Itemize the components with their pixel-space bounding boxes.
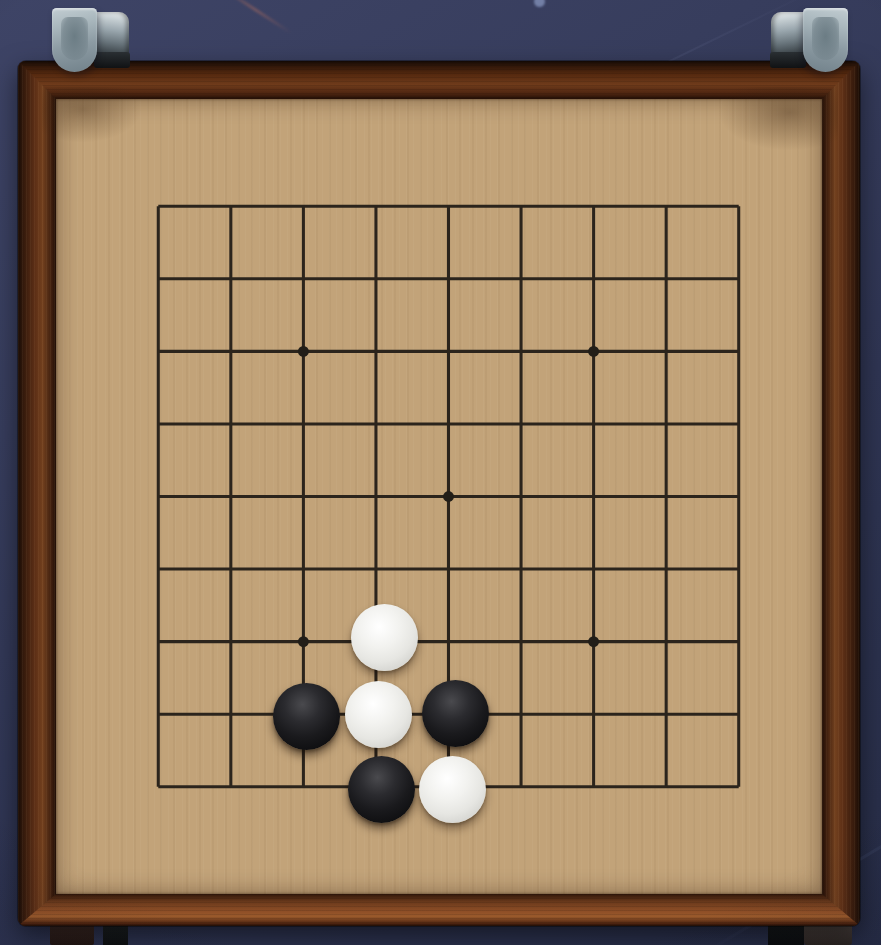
intersection-H6[interactable] (630, 388, 703, 461)
intersection-A4[interactable] (122, 533, 195, 606)
intersection-G1[interactable] (557, 750, 630, 823)
intersection-A9[interactable] (122, 170, 195, 243)
board-clamp-left (52, 8, 130, 74)
goban-frame-right (822, 61, 860, 926)
intersection-G6[interactable] (557, 388, 630, 461)
intersection-F1[interactable] (485, 750, 558, 823)
intersection-A3[interactable] (122, 605, 195, 678)
clamp-plate (52, 8, 97, 72)
intersection-J1[interactable] (702, 750, 775, 823)
intersection-B3[interactable] (195, 605, 268, 678)
intersection-F6[interactable] (485, 388, 558, 461)
intersection-E4[interactable] (412, 533, 485, 606)
intersection-H1[interactable] (630, 750, 703, 823)
white-stone-E1 (419, 756, 486, 823)
background-dot (534, 0, 545, 7)
clamp-plate (803, 8, 848, 72)
intersection-G7[interactable] (557, 315, 630, 388)
intersection-E1[interactable] (412, 750, 485, 823)
intersection-A5[interactable] (122, 460, 195, 533)
intersection-H5[interactable] (630, 460, 703, 533)
intersection-J8[interactable] (702, 243, 775, 316)
intersection-B2[interactable] (195, 678, 268, 751)
intersection-H3[interactable] (630, 605, 703, 678)
intersection-C3[interactable] (267, 605, 340, 678)
intersection-E8[interactable] (412, 243, 485, 316)
background-streak-red (218, 0, 292, 34)
goban-surface (56, 99, 822, 894)
intersection-H4[interactable] (630, 533, 703, 606)
black-stone-C2 (273, 683, 340, 750)
intersection-C9[interactable] (267, 170, 340, 243)
intersection-C5[interactable] (267, 460, 340, 533)
goban-frame-top (18, 61, 860, 99)
intersection-A7[interactable] (122, 315, 195, 388)
intersection-F7[interactable] (485, 315, 558, 388)
intersection-H8[interactable] (630, 243, 703, 316)
intersection-G5[interactable] (557, 460, 630, 533)
clamp-lip (770, 52, 806, 68)
intersection-D8[interactable] (340, 243, 413, 316)
intersection-A2[interactable] (122, 678, 195, 751)
intersection-G8[interactable] (557, 243, 630, 316)
intersection-J5[interactable] (702, 460, 775, 533)
intersection-C2[interactable] (267, 678, 340, 751)
intersection-F3[interactable] (485, 605, 558, 678)
intersection-C8[interactable] (267, 243, 340, 316)
intersection-D7[interactable] (340, 315, 413, 388)
white-stone-D3 (351, 604, 418, 671)
intersection-D9[interactable] (340, 170, 413, 243)
black-stone-D1 (348, 756, 415, 823)
intersection-G4[interactable] (557, 533, 630, 606)
intersection-E9[interactable] (412, 170, 485, 243)
intersection-E3[interactable] (412, 605, 485, 678)
intersection-F4[interactable] (485, 533, 558, 606)
intersection-F5[interactable] (485, 460, 558, 533)
intersection-H7[interactable] (630, 315, 703, 388)
intersection-C4[interactable] (267, 533, 340, 606)
intersection-E6[interactable] (412, 388, 485, 461)
intersection-D5[interactable] (340, 460, 413, 533)
intersection-J9[interactable] (702, 170, 775, 243)
intersection-G9[interactable] (557, 170, 630, 243)
intersection-A6[interactable] (122, 388, 195, 461)
go-board[interactable] (122, 170, 775, 823)
intersection-J7[interactable] (702, 315, 775, 388)
intersection-D6[interactable] (340, 388, 413, 461)
intersection-grid (122, 170, 775, 823)
intersection-E5[interactable] (412, 460, 485, 533)
clamp-lip (94, 52, 130, 68)
intersection-G3[interactable] (557, 605, 630, 678)
go-game-scene (0, 0, 881, 945)
intersection-C6[interactable] (267, 388, 340, 461)
intersection-D2[interactable] (340, 678, 413, 751)
white-stone-D2 (345, 681, 412, 748)
intersection-D4[interactable] (340, 533, 413, 606)
intersection-J6[interactable] (702, 388, 775, 461)
intersection-D1[interactable] (340, 750, 413, 823)
intersection-H9[interactable] (630, 170, 703, 243)
intersection-B9[interactable] (195, 170, 268, 243)
intersection-H2[interactable] (630, 678, 703, 751)
intersection-D3[interactable] (340, 605, 413, 678)
board-clamp-right (770, 8, 848, 74)
intersection-A8[interactable] (122, 243, 195, 316)
intersection-F9[interactable] (485, 170, 558, 243)
intersection-J3[interactable] (702, 605, 775, 678)
intersection-C1[interactable] (267, 750, 340, 823)
intersection-B4[interactable] (195, 533, 268, 606)
intersection-J4[interactable] (702, 533, 775, 606)
intersection-F2[interactable] (485, 678, 558, 751)
intersection-G2[interactable] (557, 678, 630, 751)
intersection-B8[interactable] (195, 243, 268, 316)
intersection-A1[interactable] (122, 750, 195, 823)
goban-frame-left (18, 61, 56, 926)
intersection-F8[interactable] (485, 243, 558, 316)
intersection-B5[interactable] (195, 460, 268, 533)
intersection-E7[interactable] (412, 315, 485, 388)
intersection-C7[interactable] (267, 315, 340, 388)
intersection-B6[interactable] (195, 388, 268, 461)
intersection-J2[interactable] (702, 678, 775, 751)
black-stone-E2 (422, 680, 489, 747)
goban-frame-bottom (18, 894, 860, 926)
goban-frame (18, 61, 860, 926)
intersection-B7[interactable] (195, 315, 268, 388)
intersection-E2[interactable] (412, 678, 485, 751)
intersection-B1[interactable] (195, 750, 268, 823)
